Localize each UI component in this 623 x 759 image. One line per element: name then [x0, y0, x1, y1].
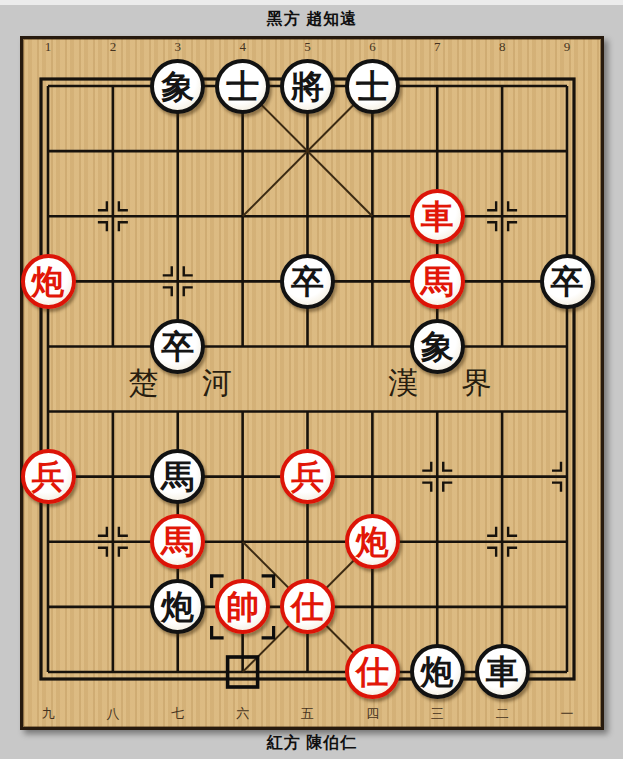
file-label-bottom-2: 八	[106, 705, 119, 723]
file-label-top-6: 6	[369, 39, 376, 55]
file-label-top-7: 7	[434, 39, 441, 55]
piece-black-soldier[interactable]: 卒	[150, 319, 205, 374]
piece-red-cannon[interactable]: 炮	[21, 254, 76, 309]
piece-red-advisor[interactable]: 仕	[345, 644, 400, 699]
piece-black-chariot[interactable]: 車	[475, 644, 530, 699]
file-label-bottom-9: 一	[561, 705, 574, 723]
file-label-top-3: 3	[175, 39, 182, 55]
file-label-bottom-8: 二	[496, 705, 509, 723]
piece-black-advisor[interactable]: 士	[215, 59, 270, 114]
file-label-top-8: 8	[499, 39, 506, 55]
file-label-bottom-3: 七	[171, 705, 184, 723]
window-top-edge	[0, 0, 623, 5]
xiangqi-board[interactable]: 123456789九八七六五四三二一 楚 河 漢 界 象士將士車炮卒馬卒卒象兵馬…	[20, 36, 604, 730]
piece-red-soldier[interactable]: 兵	[280, 449, 335, 504]
piece-black-soldier[interactable]: 卒	[540, 254, 595, 309]
file-label-bottom-1: 九	[42, 705, 55, 723]
file-label-bottom-4: 六	[236, 705, 249, 723]
file-label-top-2: 2	[110, 39, 117, 55]
piece-black-soldier[interactable]: 卒	[280, 254, 335, 309]
piece-red-soldier[interactable]: 兵	[21, 449, 76, 504]
piece-black-cannon[interactable]: 炮	[410, 644, 465, 699]
piece-red-advisor[interactable]: 仕	[280, 579, 335, 634]
file-label-top-5: 5	[304, 39, 311, 55]
piece-black-elephant[interactable]: 象	[150, 59, 205, 114]
piece-black-advisor[interactable]: 士	[345, 59, 400, 114]
piece-red-chariot[interactable]: 車	[410, 189, 465, 244]
file-label-top-9: 9	[564, 39, 571, 55]
file-label-bottom-5: 五	[301, 705, 314, 723]
file-label-bottom-7: 三	[431, 705, 444, 723]
piece-black-elephant[interactable]: 象	[410, 319, 465, 374]
piece-black-general[interactable]: 將	[280, 59, 335, 114]
file-label-top-4: 4	[239, 39, 246, 55]
piece-red-cannon[interactable]: 炮	[345, 514, 400, 569]
black-player-name: 黑方 趙知遠	[267, 9, 357, 30]
red-player-name: 紅方 陳伯仁	[267, 733, 357, 754]
file-label-top-1: 1	[45, 39, 52, 55]
file-label-bottom-6: 四	[366, 705, 379, 723]
piece-red-horse[interactable]: 馬	[410, 254, 465, 309]
